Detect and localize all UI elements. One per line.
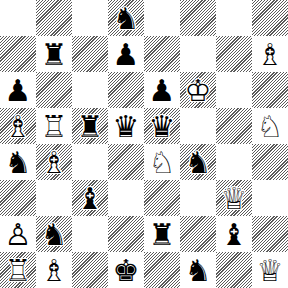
- piece-white-knight[interactable]: ♞♘: [144, 144, 180, 180]
- piece-black-king[interactable]: ♚♚: [108, 252, 144, 288]
- square-f8[interactable]: [180, 0, 216, 36]
- square-e7[interactable]: [144, 36, 180, 72]
- square-c2[interactable]: [72, 216, 108, 252]
- black-knight-icon: ♞: [108, 0, 144, 36]
- square-c4[interactable]: [72, 144, 108, 180]
- square-h8[interactable]: [252, 0, 288, 36]
- white-bishop-icon: ♗: [36, 252, 72, 288]
- square-h7[interactable]: ♝♗: [252, 36, 288, 72]
- square-e8[interactable]: [144, 0, 180, 36]
- square-d7[interactable]: ♟♟: [108, 36, 144, 72]
- square-h5[interactable]: ♞♘: [252, 108, 288, 144]
- square-e3[interactable]: [144, 180, 180, 216]
- black-rook-icon: ♜: [72, 108, 108, 144]
- black-knight-icon: ♞: [0, 144, 36, 180]
- square-c5[interactable]: ♜♜: [72, 108, 108, 144]
- black-queen-icon: ♛: [108, 108, 144, 144]
- square-d1[interactable]: ♚♚: [108, 252, 144, 288]
- piece-black-knight[interactable]: ♞♞: [108, 0, 144, 36]
- piece-black-pawn[interactable]: ♟♟: [108, 36, 144, 72]
- piece-black-queen[interactable]: ♛♛: [108, 108, 144, 144]
- square-d6[interactable]: [108, 72, 144, 108]
- black-knight-icon: ♞: [180, 252, 216, 288]
- black-knight-icon: ♞: [180, 144, 216, 180]
- white-bishop-icon: ♗: [0, 108, 36, 144]
- square-b3[interactable]: [36, 180, 72, 216]
- piece-black-rook[interactable]: ♜♜: [36, 36, 72, 72]
- square-b4[interactable]: ♝♗: [36, 144, 72, 180]
- piece-black-pawn[interactable]: ♟♟: [144, 72, 180, 108]
- piece-white-rook[interactable]: ♜♖: [36, 108, 72, 144]
- square-g4[interactable]: [216, 144, 252, 180]
- piece-white-queen[interactable]: ♛♕: [252, 252, 288, 288]
- square-f2[interactable]: [180, 216, 216, 252]
- white-bishop-icon: ♗: [252, 36, 288, 72]
- piece-black-rook[interactable]: ♜♜: [144, 216, 180, 252]
- piece-white-queen[interactable]: ♛♕: [216, 180, 252, 216]
- square-g7[interactable]: [216, 36, 252, 72]
- square-f3[interactable]: [180, 180, 216, 216]
- black-bishop-icon: ♝: [216, 216, 252, 252]
- square-h1[interactable]: ♛♕: [252, 252, 288, 288]
- square-e6[interactable]: ♟♟: [144, 72, 180, 108]
- piece-white-bishop[interactable]: ♝♗: [0, 108, 36, 144]
- square-g1[interactable]: [216, 252, 252, 288]
- black-knight-icon: ♞: [36, 216, 72, 252]
- square-a1[interactable]: ♜♖: [0, 252, 36, 288]
- white-pawn-icon: ♙: [0, 216, 36, 252]
- piece-black-knight[interactable]: ♞♞: [0, 144, 36, 180]
- piece-black-queen[interactable]: ♛♛: [144, 108, 180, 144]
- piece-white-bishop[interactable]: ♝♗: [36, 144, 72, 180]
- white-rook-icon: ♖: [0, 252, 36, 288]
- square-a4[interactable]: ♞♞: [0, 144, 36, 180]
- square-a5[interactable]: ♝♗: [0, 108, 36, 144]
- square-c7[interactable]: [72, 36, 108, 72]
- square-d4[interactable]: [108, 144, 144, 180]
- piece-white-pawn[interactable]: ♟♙: [0, 216, 36, 252]
- white-queen-icon: ♕: [252, 252, 288, 288]
- square-b6[interactable]: [36, 72, 72, 108]
- square-a7[interactable]: [0, 36, 36, 72]
- piece-white-king[interactable]: ♚♔: [180, 72, 216, 108]
- black-rook-icon: ♜: [144, 216, 180, 252]
- black-bishop-icon: ♝: [72, 180, 108, 216]
- square-h4[interactable]: [252, 144, 288, 180]
- square-e5[interactable]: ♛♛: [144, 108, 180, 144]
- square-f5[interactable]: [180, 108, 216, 144]
- square-a8[interactable]: [0, 0, 36, 36]
- black-queen-icon: ♛: [144, 108, 180, 144]
- square-g3[interactable]: ♛♕: [216, 180, 252, 216]
- white-king-icon: ♔: [180, 72, 216, 108]
- piece-white-rook[interactable]: ♜♖: [0, 252, 36, 288]
- square-g5[interactable]: [216, 108, 252, 144]
- piece-black-knight[interactable]: ♞♞: [180, 144, 216, 180]
- square-h6[interactable]: [252, 72, 288, 108]
- black-rook-icon: ♜: [36, 36, 72, 72]
- square-b7[interactable]: ♜♜: [36, 36, 72, 72]
- black-pawn-icon: ♟: [0, 72, 36, 108]
- white-rook-icon: ♖: [36, 108, 72, 144]
- chess-board: ♞♞♜♜♟♟♝♗♟♟♟♟♚♔♝♗♜♖♜♜♛♛♛♛♞♘♞♞♝♗♞♘♞♞♝♝♛♕♟♙…: [0, 0, 288, 288]
- square-b5[interactable]: ♜♖: [36, 108, 72, 144]
- square-f7[interactable]: [180, 36, 216, 72]
- square-c3[interactable]: ♝♝: [72, 180, 108, 216]
- square-d3[interactable]: [108, 180, 144, 216]
- square-c1[interactable]: [72, 252, 108, 288]
- square-b1[interactable]: ♝♗: [36, 252, 72, 288]
- square-e4[interactable]: ♞♘: [144, 144, 180, 180]
- black-pawn-icon: ♟: [144, 72, 180, 108]
- square-h3[interactable]: [252, 180, 288, 216]
- square-b2[interactable]: ♞♞: [36, 216, 72, 252]
- white-knight-icon: ♘: [252, 108, 288, 144]
- white-bishop-icon: ♗: [36, 144, 72, 180]
- square-f4[interactable]: ♞♞: [180, 144, 216, 180]
- square-e1[interactable]: [144, 252, 180, 288]
- square-a6[interactable]: ♟♟: [0, 72, 36, 108]
- piece-white-bishop[interactable]: ♝♗: [36, 252, 72, 288]
- square-d8[interactable]: ♞♞: [108, 0, 144, 36]
- black-king-icon: ♚: [108, 252, 144, 288]
- square-b8[interactable]: [36, 0, 72, 36]
- piece-black-knight[interactable]: ♞♞: [36, 216, 72, 252]
- piece-black-bishop[interactable]: ♝♝: [72, 180, 108, 216]
- square-h2[interactable]: [252, 216, 288, 252]
- square-e2[interactable]: ♜♜: [144, 216, 180, 252]
- square-c8[interactable]: [72, 0, 108, 36]
- piece-white-bishop[interactable]: ♝♗: [252, 36, 288, 72]
- piece-black-rook[interactable]: ♜♜: [72, 108, 108, 144]
- square-c6[interactable]: [72, 72, 108, 108]
- square-a3[interactable]: [0, 180, 36, 216]
- black-pawn-icon: ♟: [108, 36, 144, 72]
- square-f6[interactable]: ♚♔: [180, 72, 216, 108]
- piece-white-knight[interactable]: ♞♘: [252, 108, 288, 144]
- piece-black-pawn[interactable]: ♟♟: [0, 72, 36, 108]
- square-g2[interactable]: ♝♝: [216, 216, 252, 252]
- white-knight-icon: ♘: [144, 144, 180, 180]
- square-d5[interactable]: ♛♛: [108, 108, 144, 144]
- white-queen-icon: ♕: [216, 180, 252, 216]
- piece-black-knight[interactable]: ♞♞: [180, 252, 216, 288]
- square-g8[interactable]: [216, 0, 252, 36]
- square-a2[interactable]: ♟♙: [0, 216, 36, 252]
- piece-black-bishop[interactable]: ♝♝: [216, 216, 252, 252]
- square-f1[interactable]: ♞♞: [180, 252, 216, 288]
- square-d2[interactable]: [108, 216, 144, 252]
- square-g6[interactable]: [216, 72, 252, 108]
